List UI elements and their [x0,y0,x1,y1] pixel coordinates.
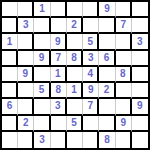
sudoku-cell-r3c5[interactable] [67,34,83,50]
given-digit: 3 [55,101,61,111]
sudoku-cell-r4c7[interactable]: 6 [99,51,115,67]
sudoku-cell-r4c6[interactable]: 3 [83,51,99,67]
sudoku-cell-r3c2[interactable] [18,34,34,50]
given-digit: 9 [55,37,61,47]
sudoku-cell-r8c1[interactable] [2,116,18,132]
given-digit: 6 [7,101,13,111]
sudoku-cell-r6c9[interactable] [132,83,148,99]
sudoku-cell-r1c5[interactable] [67,2,83,18]
sudoku-cell-r8c5[interactable]: 5 [67,116,83,132]
sudoku-cell-r3c1[interactable]: 1 [2,34,18,50]
given-digit: 9 [39,53,45,63]
given-digit: 9 [120,118,126,128]
sudoku-cell-r6c5[interactable]: 1 [67,83,83,99]
sudoku-cell-r9c1[interactable] [2,132,18,148]
given-digit: 2 [71,20,77,30]
sudoku-cell-r7c3[interactable] [34,99,50,115]
sudoku-cell-r1c6[interactable] [83,2,99,18]
sudoku-cell-r9c2[interactable] [18,132,34,148]
given-digit: 8 [120,69,126,79]
sudoku-cell-r9c7[interactable]: 8 [99,132,115,148]
given-digit: 5 [87,37,93,47]
sudoku-board: 19327195397836914858192637925938 [0,0,150,150]
given-digit: 2 [104,85,110,95]
sudoku-cell-r6c7[interactable]: 2 [99,83,115,99]
sudoku-cell-r7c1[interactable]: 6 [2,99,18,115]
sudoku-cell-r7c6[interactable]: 7 [83,99,99,115]
sudoku-cell-r4c9[interactable] [132,51,148,67]
sudoku-cell-r8c3[interactable] [34,116,50,132]
sudoku-cell-r9c3[interactable]: 3 [34,132,50,148]
sudoku-cell-r7c5[interactable] [67,99,83,115]
sudoku-cell-r5c3[interactable] [34,67,50,83]
given-digit: 7 [55,53,61,63]
sudoku-cell-r3c4[interactable]: 9 [51,34,67,50]
sudoku-cell-r8c8[interactable]: 9 [116,116,132,132]
sudoku-cell-r1c3[interactable]: 1 [34,2,50,18]
given-digit: 1 [55,69,61,79]
sudoku-cell-r1c2[interactable] [18,2,34,18]
sudoku-cell-r2c4[interactable] [51,18,67,34]
sudoku-cell-r4c5[interactable]: 8 [67,51,83,67]
sudoku-cell-r7c9[interactable]: 9 [132,99,148,115]
sudoku-cell-r6c4[interactable]: 8 [51,83,67,99]
given-digit: 9 [137,101,143,111]
sudoku-cell-r9c6[interactable] [83,132,99,148]
sudoku-cell-r2c5[interactable]: 2 [67,18,83,34]
sudoku-cell-r4c2[interactable] [18,51,34,67]
sudoku-cell-r6c8[interactable] [116,83,132,99]
sudoku-cell-r7c4[interactable]: 3 [51,99,67,115]
sudoku-cell-r5c5[interactable] [67,67,83,83]
given-digit: 9 [88,85,94,95]
sudoku-cell-r1c4[interactable] [51,2,67,18]
sudoku-cell-r8c7[interactable] [99,116,115,132]
sudoku-cell-r5c4[interactable]: 1 [51,67,67,83]
sudoku-cell-r2c8[interactable]: 7 [116,18,132,34]
sudoku-cell-r8c2[interactable]: 2 [18,116,34,132]
given-digit: 9 [23,69,29,79]
given-digit: 1 [39,4,45,14]
sudoku-cell-r4c3[interactable]: 9 [34,51,50,67]
sudoku-cell-r5c1[interactable] [2,67,18,83]
sudoku-cell-r1c9[interactable] [132,2,148,18]
sudoku-cell-r7c7[interactable] [99,99,115,115]
sudoku-cell-r8c4[interactable] [51,116,67,132]
sudoku-cell-r2c7[interactable] [99,18,115,34]
given-digit: 2 [23,118,29,128]
sudoku-cell-r9c8[interactable] [116,132,132,148]
sudoku-cell-r8c9[interactable] [132,116,148,132]
sudoku-cell-r6c1[interactable] [2,83,18,99]
given-digit: 6 [104,53,110,63]
given-digit: 7 [120,20,126,30]
sudoku-cell-r2c9[interactable] [132,18,148,34]
given-digit: 3 [23,20,29,30]
sudoku-cell-r3c9[interactable]: 3 [132,34,148,50]
sudoku-cell-r4c4[interactable]: 7 [51,51,67,67]
sudoku-cell-r1c8[interactable] [116,2,132,18]
sudoku-cell-r6c2[interactable] [18,83,34,99]
given-digit: 5 [71,118,77,128]
given-digit: 3 [88,53,94,63]
sudoku-cell-r2c6[interactable] [83,18,99,34]
sudoku-cell-r1c7[interactable]: 9 [99,2,115,18]
sudoku-cell-r3c3[interactable] [34,34,50,50]
sudoku-cell-r2c3[interactable] [34,18,50,34]
given-digit: 8 [55,85,61,95]
sudoku-cell-r1c1[interactable] [2,2,18,18]
given-digit: 1 [71,85,77,95]
given-digit: 8 [71,53,77,63]
given-digit: 1 [7,37,13,47]
sudoku-cell-r3c8[interactable] [116,34,132,50]
given-digit: 5 [39,85,45,95]
sudoku-cell-r6c3[interactable]: 5 [34,83,50,99]
sudoku-cell-r7c2[interactable] [18,99,34,115]
sudoku-cell-r5c8[interactable]: 8 [116,67,132,83]
sudoku-cell-r7c8[interactable] [116,99,132,115]
sudoku-cell-r5c9[interactable] [132,67,148,83]
sudoku-cell-r2c1[interactable] [2,18,18,34]
sudoku-cell-r9c5[interactable] [67,132,83,148]
sudoku-cell-r9c4[interactable] [51,132,67,148]
sudoku-cell-r9c9[interactable] [132,132,148,148]
sudoku-cell-r3c7[interactable] [99,34,115,50]
given-digit: 7 [87,101,93,111]
sudoku-cell-r5c7[interactable] [99,67,115,83]
given-digit: 9 [104,4,110,14]
sudoku-cell-r3c6[interactable]: 5 [83,34,99,50]
given-digit: 3 [39,135,45,145]
sudoku-cell-r4c8[interactable] [116,51,132,67]
sudoku-cell-r2c2[interactable]: 3 [18,18,34,34]
sudoku-cell-r5c6[interactable]: 4 [83,67,99,83]
sudoku-cell-r5c2[interactable]: 9 [18,67,34,83]
given-digit: 3 [137,37,143,47]
given-digit: 8 [104,135,110,145]
sudoku-cell-r4c1[interactable] [2,51,18,67]
sudoku-cell-r6c6[interactable]: 9 [83,83,99,99]
sudoku-cell-r8c6[interactable] [83,116,99,132]
given-digit: 4 [87,69,93,79]
